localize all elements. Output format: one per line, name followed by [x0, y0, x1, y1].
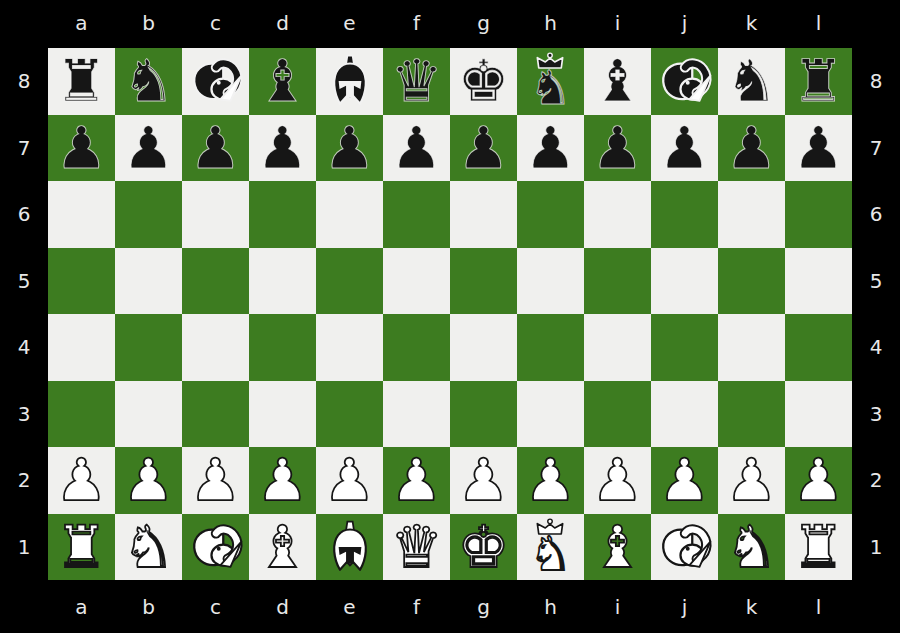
- rank-label-5-left: 5: [0, 248, 48, 315]
- square-d5[interactable]: [249, 248, 316, 315]
- square-h2[interactable]: ♟: [517, 447, 584, 514]
- piece-black-rook[interactable]: ♜: [56, 52, 108, 110]
- square-l6[interactable]: [785, 181, 852, 248]
- piece-white-pawn[interactable]: ♟: [190, 451, 242, 509]
- file-label-a-top: a: [48, 0, 115, 46]
- spartan-helmet-icon: [322, 519, 378, 575]
- square-d2[interactable]: ♟: [249, 447, 316, 514]
- square-b7[interactable]: ♟: [115, 115, 182, 182]
- square-c2[interactable]: ♟: [182, 447, 249, 514]
- piece-black-pawn[interactable]: ♟: [257, 119, 309, 177]
- square-i3[interactable]: [584, 381, 651, 448]
- elephant-icon: [187, 52, 245, 110]
- square-f3[interactable]: [383, 381, 450, 448]
- file-label-g-top: g: [450, 0, 517, 46]
- square-h5[interactable]: [517, 248, 584, 315]
- rank-label-1-right: 1: [852, 514, 900, 581]
- piece-white-rook[interactable]: ♜: [56, 518, 108, 576]
- elephant-icon: [656, 518, 714, 576]
- square-l7[interactable]: ♟: [785, 115, 852, 182]
- rank-labels-left: 87654321: [0, 48, 48, 580]
- square-i7[interactable]: ♟: [584, 115, 651, 182]
- square-g2[interactable]: ♟: [450, 447, 517, 514]
- square-e5[interactable]: [316, 248, 383, 315]
- square-b6[interactable]: [115, 181, 182, 248]
- piece-white-queen[interactable]: ♛: [391, 518, 443, 576]
- square-k8[interactable]: ♞: [718, 48, 785, 115]
- piece-black-pawn[interactable]: ♟: [592, 119, 644, 177]
- elephant-icon: [187, 518, 245, 576]
- file-labels-top: abcdefghijkl: [48, 0, 852, 46]
- file-label-g-bottom: g: [450, 581, 517, 633]
- square-j2[interactable]: ♟: [651, 447, 718, 514]
- square-a6[interactable]: [48, 181, 115, 248]
- square-b3[interactable]: [115, 381, 182, 448]
- square-e7[interactable]: ♟: [316, 115, 383, 182]
- square-i4[interactable]: [584, 314, 651, 381]
- square-g8[interactable]: ♚: [450, 48, 517, 115]
- file-label-j-bottom: j: [651, 581, 718, 633]
- square-g4[interactable]: [450, 314, 517, 381]
- piece-black-pawn[interactable]: ♟: [525, 119, 577, 177]
- piece-black-queen[interactable]: ♛: [391, 52, 443, 110]
- file-label-e-bottom: e: [316, 581, 383, 633]
- piece-black-bishop[interactable]: ♝: [592, 52, 644, 110]
- square-i2[interactable]: ♟: [584, 447, 651, 514]
- piece-white-pawn[interactable]: ♟: [726, 451, 778, 509]
- piece-white-pawn[interactable]: ♟: [391, 451, 443, 509]
- square-k6[interactable]: [718, 181, 785, 248]
- square-i5[interactable]: [584, 248, 651, 315]
- square-f6[interactable]: [383, 181, 450, 248]
- square-k3[interactable]: [718, 381, 785, 448]
- rank-label-4-left: 4: [0, 314, 48, 381]
- square-a7[interactable]: ♟: [48, 115, 115, 182]
- piece-white-pawn[interactable]: ♟: [525, 451, 577, 509]
- piece-white-king[interactable]: ♚: [458, 518, 510, 576]
- piece-white-bishop[interactable]: ♝: [592, 518, 644, 576]
- piece-black-knight[interactable]: ♞: [726, 52, 778, 110]
- file-label-a-bottom: a: [48, 581, 115, 633]
- square-a5[interactable]: [48, 248, 115, 315]
- spartan-helmet-icon: [322, 53, 378, 109]
- square-j7[interactable]: ♟: [651, 115, 718, 182]
- file-label-h-bottom: h: [517, 581, 584, 633]
- square-c3[interactable]: [182, 381, 249, 448]
- piece-black-rook[interactable]: ♜: [793, 52, 845, 110]
- piece-white-pawn[interactable]: ♟: [458, 451, 510, 509]
- square-f7[interactable]: ♟: [383, 115, 450, 182]
- file-label-l-top: l: [785, 0, 852, 46]
- piece-white-pawn[interactable]: ♟: [793, 451, 845, 509]
- square-k7[interactable]: ♟: [718, 115, 785, 182]
- square-k5[interactable]: [718, 248, 785, 315]
- square-l4[interactable]: [785, 314, 852, 381]
- square-d3[interactable]: [249, 381, 316, 448]
- file-label-c-bottom: c: [182, 581, 249, 633]
- piece-black-pawn[interactable]: ♟: [659, 119, 711, 177]
- rank-label-1-left: 1: [0, 514, 48, 581]
- square-b4[interactable]: [115, 314, 182, 381]
- square-f4[interactable]: [383, 314, 450, 381]
- square-h6[interactable]: [517, 181, 584, 248]
- rank-label-3-right: 3: [852, 381, 900, 448]
- piece-black-elephant[interactable]: [656, 52, 714, 110]
- crown-icon: [535, 518, 565, 535]
- file-label-l-bottom: l: [785, 581, 852, 633]
- square-j6[interactable]: [651, 181, 718, 248]
- file-label-k-top: k: [718, 0, 785, 46]
- piece-white-pawn[interactable]: ♟: [257, 451, 309, 509]
- file-label-j-top: j: [651, 0, 718, 46]
- square-e6[interactable]: [316, 181, 383, 248]
- rank-label-4-right: 4: [852, 314, 900, 381]
- rank-labels-right: 87654321: [852, 48, 900, 580]
- square-k4[interactable]: [718, 314, 785, 381]
- file-label-d-bottom: d: [249, 581, 316, 633]
- piece-white-elephant[interactable]: [187, 518, 245, 576]
- piece-black-pawn[interactable]: ♟: [123, 119, 175, 177]
- elephant-icon: [656, 52, 714, 110]
- piece-black-pawn[interactable]: ♟: [324, 119, 376, 177]
- square-f5[interactable]: [383, 248, 450, 315]
- rank-label-8-right: 8: [852, 48, 900, 115]
- square-l3[interactable]: [785, 381, 852, 448]
- square-i1[interactable]: ♝: [584, 514, 651, 581]
- square-l2[interactable]: ♟: [785, 447, 852, 514]
- rank-label-2-right: 2: [852, 447, 900, 514]
- piece-black-king[interactable]: ♚: [458, 52, 510, 110]
- piece-black-pawn[interactable]: ♟: [56, 119, 108, 177]
- file-label-f-top: f: [383, 0, 450, 46]
- square-k2[interactable]: ♟: [718, 447, 785, 514]
- piece-white-spartan-warrior[interactable]: [322, 519, 378, 575]
- rank-label-7-right: 7: [852, 115, 900, 182]
- square-c4[interactable]: [182, 314, 249, 381]
- piece-white-pawn[interactable]: ♟: [659, 451, 711, 509]
- piece-black-pawn[interactable]: ♟: [793, 119, 845, 177]
- square-f2[interactable]: ♟: [383, 447, 450, 514]
- square-a8[interactable]: ♜: [48, 48, 115, 115]
- rank-label-7-left: 7: [0, 115, 48, 182]
- piece-white-bishop[interactable]: ♝: [257, 518, 309, 576]
- square-b5[interactable]: [115, 248, 182, 315]
- square-f8[interactable]: ♛: [383, 48, 450, 115]
- square-i8[interactable]: ♝: [584, 48, 651, 115]
- piece-white-pawn[interactable]: ♟: [123, 451, 175, 509]
- piece-black-crowned-knight[interactable]: ♞: [529, 51, 571, 111]
- square-c1[interactable]: [182, 514, 249, 581]
- file-label-k-bottom: k: [718, 581, 785, 633]
- file-label-d-top: d: [249, 0, 316, 46]
- square-i6[interactable]: [584, 181, 651, 248]
- square-h7[interactable]: ♟: [517, 115, 584, 182]
- file-label-f-bottom: f: [383, 581, 450, 633]
- file-labels-bottom: abcdefghijkl: [48, 581, 852, 633]
- square-l1[interactable]: ♜: [785, 514, 852, 581]
- piece-white-pawn[interactable]: ♟: [592, 451, 644, 509]
- square-h4[interactable]: [517, 314, 584, 381]
- piece-white-crowned-knight[interactable]: ♞: [529, 517, 571, 577]
- square-d6[interactable]: [249, 181, 316, 248]
- square-b1[interactable]: ♞: [115, 514, 182, 581]
- square-j8[interactable]: [651, 48, 718, 115]
- square-g1[interactable]: ♚: [450, 514, 517, 581]
- square-c7[interactable]: ♟: [182, 115, 249, 182]
- square-d7[interactable]: ♟: [249, 115, 316, 182]
- piece-black-pawn[interactable]: ♟: [391, 119, 443, 177]
- square-c6[interactable]: [182, 181, 249, 248]
- rank-label-6-left: 6: [0, 181, 48, 248]
- square-b8[interactable]: ♞: [115, 48, 182, 115]
- square-e3[interactable]: [316, 381, 383, 448]
- square-c8[interactable]: [182, 48, 249, 115]
- piece-black-bishop[interactable]: ♝: [257, 52, 309, 110]
- piece-black-spartan-warrior[interactable]: [322, 53, 378, 109]
- square-a1[interactable]: ♜: [48, 514, 115, 581]
- rank-label-2-left: 2: [0, 447, 48, 514]
- piece-black-elephant[interactable]: [187, 52, 245, 110]
- piece-black-pawn[interactable]: ♟: [726, 119, 778, 177]
- square-e8[interactable]: [316, 48, 383, 115]
- square-a3[interactable]: [48, 381, 115, 448]
- square-c5[interactable]: [182, 248, 249, 315]
- file-label-i-top: i: [584, 0, 651, 46]
- file-label-c-top: c: [182, 0, 249, 46]
- square-j4[interactable]: [651, 314, 718, 381]
- square-g7[interactable]: ♟: [450, 115, 517, 182]
- piece-black-pawn[interactable]: ♟: [190, 119, 242, 177]
- crown-icon: [535, 52, 565, 69]
- rank-label-8-left: 8: [0, 48, 48, 115]
- piece-black-knight[interactable]: ♞: [123, 52, 175, 110]
- rank-label-3-left: 3: [0, 381, 48, 448]
- square-b2[interactable]: ♟: [115, 447, 182, 514]
- square-h1[interactable]: ♞: [517, 514, 584, 581]
- rank-label-5-right: 5: [852, 248, 900, 315]
- square-d8[interactable]: ♝: [249, 48, 316, 115]
- piece-black-pawn[interactable]: ♟: [458, 119, 510, 177]
- square-j3[interactable]: [651, 381, 718, 448]
- file-label-e-top: e: [316, 0, 383, 46]
- square-g5[interactable]: [450, 248, 517, 315]
- square-j1[interactable]: [651, 514, 718, 581]
- square-g3[interactable]: [450, 381, 517, 448]
- square-a4[interactable]: [48, 314, 115, 381]
- file-label-h-top: h: [517, 0, 584, 46]
- piece-white-pawn[interactable]: ♟: [56, 451, 108, 509]
- piece-white-knight[interactable]: ♞: [123, 518, 175, 576]
- file-label-b-bottom: b: [115, 581, 182, 633]
- chess-board: ♜♞♝♛♚♞♝♞♜♟♟♟♟♟♟♟♟♟♟♟♟♟♟♟♟♟♟♟♟♟♟♟♟♜♞♝♛♚♞♝…: [48, 48, 852, 580]
- square-k1[interactable]: ♞: [718, 514, 785, 581]
- square-j5[interactable]: [651, 248, 718, 315]
- square-d1[interactable]: ♝: [249, 514, 316, 581]
- square-l5[interactable]: [785, 248, 852, 315]
- square-e2[interactable]: ♟: [316, 447, 383, 514]
- piece-white-elephant[interactable]: [656, 518, 714, 576]
- file-label-b-top: b: [115, 0, 182, 46]
- file-label-i-bottom: i: [584, 581, 651, 633]
- square-g6[interactable]: [450, 181, 517, 248]
- piece-white-knight[interactable]: ♞: [726, 518, 778, 576]
- square-e4[interactable]: [316, 314, 383, 381]
- square-h8[interactable]: ♞: [517, 48, 584, 115]
- square-h3[interactable]: [517, 381, 584, 448]
- piece-white-rook[interactable]: ♜: [793, 518, 845, 576]
- square-a2[interactable]: ♟: [48, 447, 115, 514]
- square-f1[interactable]: ♛: [383, 514, 450, 581]
- square-l8[interactable]: ♜: [785, 48, 852, 115]
- square-e1[interactable]: [316, 514, 383, 581]
- square-d4[interactable]: [249, 314, 316, 381]
- piece-white-pawn[interactable]: ♟: [324, 451, 376, 509]
- rank-label-6-right: 6: [852, 181, 900, 248]
